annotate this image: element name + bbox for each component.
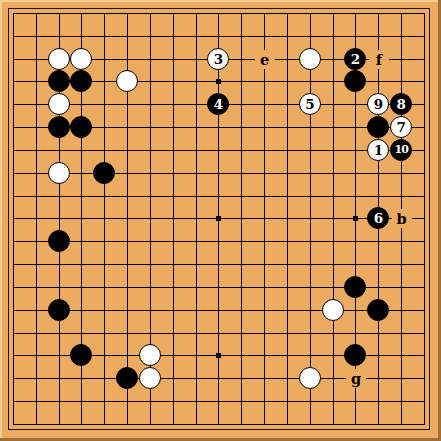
stone-black: 8	[390, 93, 412, 115]
point-label: g	[346, 369, 366, 388]
stone-black: 6	[367, 207, 389, 229]
stone-black	[93, 162, 115, 184]
grid-line-horizontal	[13, 424, 425, 425]
move-number: 5	[300, 94, 320, 114]
stone-white	[299, 367, 321, 389]
stone-white: 3	[207, 48, 229, 70]
stone-black	[367, 116, 389, 138]
move-number: 8	[391, 94, 411, 114]
grid-line-vertical	[241, 13, 242, 425]
star-point	[353, 216, 358, 221]
point-label: b	[392, 209, 412, 228]
stone-black	[344, 70, 366, 92]
move-number: 4	[208, 94, 228, 114]
grid-line-horizontal	[13, 401, 425, 402]
stone-black: 2	[344, 48, 366, 70]
grid-line-vertical	[287, 13, 288, 425]
star-point	[216, 216, 221, 221]
go-board-diagram: 32459871106efbg	[0, 0, 441, 441]
grid-line-horizontal	[13, 333, 425, 334]
stone-black: 10	[390, 139, 412, 161]
move-number: 6	[368, 208, 388, 228]
stone-black	[70, 116, 92, 138]
grid-line-vertical	[333, 13, 334, 425]
stone-black	[48, 299, 70, 321]
stone-black	[367, 299, 389, 321]
move-number: 9	[368, 94, 388, 114]
grid-line-vertical	[310, 13, 311, 425]
move-number: 1	[368, 140, 388, 160]
stone-white	[48, 93, 70, 115]
stone-white	[48, 48, 70, 70]
grid-line-horizontal	[13, 264, 425, 265]
stone-white	[48, 162, 70, 184]
stone-white: 7	[390, 116, 412, 138]
stone-black	[344, 276, 366, 298]
stone-white: 5	[299, 93, 321, 115]
move-number: 10	[391, 140, 411, 160]
go-board-grid: 32459871106efbg	[0, 0, 441, 441]
stone-black	[70, 70, 92, 92]
move-number: 3	[208, 49, 228, 69]
stone-black	[116, 367, 138, 389]
stone-black	[344, 344, 366, 366]
stone-black	[48, 116, 70, 138]
stone-black	[48, 230, 70, 252]
stone-white: 9	[367, 93, 389, 115]
stone-white	[116, 70, 138, 92]
stone-white	[70, 48, 92, 70]
move-number: 7	[391, 117, 411, 137]
point-label: f	[369, 50, 389, 69]
stone-black: 4	[207, 93, 229, 115]
stone-white: 1	[367, 139, 389, 161]
stone-white	[139, 344, 161, 366]
stone-white	[322, 299, 344, 321]
stone-white	[139, 367, 161, 389]
stone-black	[48, 70, 70, 92]
point-label: e	[255, 50, 275, 69]
grid-line-horizontal	[13, 241, 425, 242]
stone-black	[70, 344, 92, 366]
star-point	[216, 353, 221, 358]
grid-line-vertical	[264, 13, 265, 425]
grid-line-vertical	[424, 13, 425, 425]
stone-white	[299, 48, 321, 70]
grid-line-horizontal	[13, 310, 425, 311]
move-number: 2	[345, 49, 365, 69]
star-point	[216, 79, 221, 84]
